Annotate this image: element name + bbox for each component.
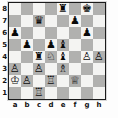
white-rook-piece: ♖ [34,87,44,99]
square-a1 [9,87,21,99]
square-f6 [69,27,81,39]
square-c6 [33,27,45,39]
file-label-a: a [9,100,21,110]
square-f8 [69,3,81,15]
file-label-d: d [45,100,57,110]
black-rook-piece: ♜ [34,51,44,63]
square-e4: ♝ [57,51,69,63]
square-d8 [45,3,57,15]
file-label-h: h [93,100,105,110]
file-label-e: e [57,100,69,110]
square-g5 [81,39,93,51]
black-bishop-piece: ♝ [58,39,68,51]
white-pawn-piece: ♙ [22,75,32,87]
square-e3: ♗ [57,63,69,75]
square-c2 [33,75,45,87]
square-a3: ♙ [9,63,21,75]
rank-labels: 87654321 [0,2,8,99]
square-f1 [69,87,81,99]
square-a2: ♔ [9,75,21,87]
square-b7 [21,15,33,27]
square-h7 [93,15,105,27]
white-pawn-piece: ♙ [94,51,104,63]
square-c3: ♙ [33,63,45,75]
black-pawn-piece: ♟ [70,15,80,27]
rank-label-5: 5 [0,39,8,51]
square-a6: ♟ [9,27,21,39]
black-pawn-piece: ♟ [82,27,92,39]
square-g7 [81,15,93,27]
square-h2 [93,75,105,87]
square-g6: ♟ [81,27,93,39]
white-pawn-piece: ♙ [82,51,92,63]
square-b1 [21,87,33,99]
square-d4: ♘ [45,51,57,63]
black-king-piece: ♚ [82,3,92,15]
square-f3 [69,63,81,75]
square-f7: ♟ [69,15,81,27]
white-king-piece: ♔ [10,75,20,87]
file-labels: abcdefgh [9,100,118,110]
square-d1 [45,87,57,99]
square-g2 [81,75,93,87]
square-h5 [93,39,105,51]
square-d3 [45,63,57,75]
rank-label-6: 6 [0,27,8,39]
square-c8 [33,3,45,15]
file-label-c: c [33,100,45,110]
square-g4: ♙ [81,51,93,63]
square-h1 [93,87,105,99]
square-g1 [81,87,93,99]
square-g3 [81,63,93,75]
rank-label-3: 3 [0,63,8,75]
square-f5 [69,39,81,51]
square-a8 [9,3,21,15]
square-a7 [9,15,21,27]
square-e5: ♝ [57,39,69,51]
square-c7: ♛ [33,15,45,27]
file-label-f: f [69,100,81,110]
square-f4 [69,51,81,63]
file-label-b: b [21,100,33,110]
rank-label-1: 1 [0,87,8,99]
square-e1 [57,87,69,99]
square-b5: ♟ [21,39,33,51]
black-rook-piece: ♜ [58,3,68,15]
square-h3 [93,63,105,75]
black-queen-piece: ♛ [34,15,44,27]
square-e2 [57,75,69,87]
square-d6 [45,27,57,39]
white-pawn-piece: ♙ [10,63,20,75]
square-h8 [93,3,105,15]
file-label-g: g [81,100,93,110]
black-pawn-piece: ♟ [46,39,56,51]
black-bishop-piece: ♝ [58,51,68,63]
white-queen-piece: ♕ [70,75,80,87]
square-e7 [57,15,69,27]
square-e8: ♜ [57,3,69,15]
square-b3 [21,63,33,75]
square-b8 [21,3,33,15]
square-c5 [33,39,45,51]
rank-label-2: 2 [0,75,8,87]
black-pawn-piece: ♟ [10,27,20,39]
square-d7 [45,15,57,27]
square-g8: ♚ [81,3,93,15]
square-f2: ♕ [69,75,81,87]
white-rook-piece: ♖ [46,75,56,87]
chess-diagram: 87654321 ♜♚♛♟♟♟♟♟♝♜♘♝♙♙♙♙♗♔♙♖♕♖ abcdefgh [0,0,118,118]
square-d5: ♟ [45,39,57,51]
square-a4 [9,51,21,63]
square-d2: ♖ [45,75,57,87]
chess-board: ♜♚♛♟♟♟♟♟♝♜♘♝♙♙♙♙♗♔♙♖♕♖ [8,2,106,100]
white-pawn-piece: ♙ [34,63,44,75]
square-c1: ♖ [33,87,45,99]
square-h4: ♙ [93,51,105,63]
rank-label-7: 7 [0,15,8,27]
white-knight-piece: ♘ [46,51,56,63]
square-c4: ♜ [33,51,45,63]
square-b2: ♙ [21,75,33,87]
square-b6 [21,27,33,39]
black-pawn-piece: ♟ [22,39,32,51]
square-a5 [9,39,21,51]
rank-label-8: 8 [0,3,8,15]
square-b4 [21,51,33,63]
square-e6 [57,27,69,39]
white-bishop-piece: ♗ [58,63,68,75]
square-h6 [93,27,105,39]
rank-label-4: 4 [0,51,8,63]
